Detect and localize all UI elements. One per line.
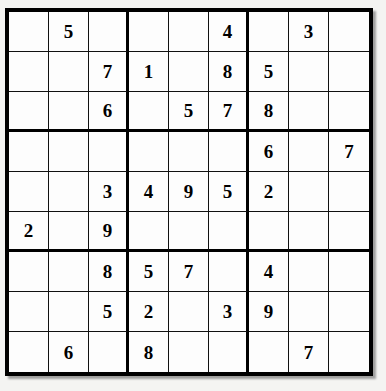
cell-r8c4-given-2: 2 <box>129 292 169 332</box>
cell-r4c5-empty[interactable] <box>169 132 209 172</box>
cell-r8c3-given-5: 5 <box>89 292 129 332</box>
cell-r1c7-empty[interactable] <box>249 12 289 52</box>
cell-r2c7-given-5: 5 <box>249 52 289 92</box>
cell-r5c6-given-5: 5 <box>209 172 249 212</box>
cell-r8c8-empty[interactable] <box>289 292 329 332</box>
cell-r6c9-empty[interactable] <box>329 212 369 252</box>
cell-r2c5-empty[interactable] <box>169 52 209 92</box>
cell-r9c4-given-8: 8 <box>129 332 169 372</box>
cell-r8c1-empty[interactable] <box>9 292 49 332</box>
cell-r9c6-empty[interactable] <box>209 332 249 372</box>
cell-r3c7-given-8: 8 <box>249 92 289 132</box>
cell-r3c5-given-5: 5 <box>169 92 209 132</box>
cell-r5c2-empty[interactable] <box>49 172 89 212</box>
cell-r9c3-empty[interactable] <box>89 332 129 372</box>
cell-r6c4-empty[interactable] <box>129 212 169 252</box>
cell-r2c2-empty[interactable] <box>49 52 89 92</box>
cell-r3c2-empty[interactable] <box>49 92 89 132</box>
cell-r1c5-empty[interactable] <box>169 12 209 52</box>
cell-r6c7-empty[interactable] <box>249 212 289 252</box>
cell-r7c7-given-4: 4 <box>249 252 289 292</box>
cell-r7c5-given-7: 7 <box>169 252 209 292</box>
cell-r2c1-empty[interactable] <box>9 52 49 92</box>
cell-r2c4-given-1: 1 <box>129 52 169 92</box>
cell-r3c6-given-7: 7 <box>209 92 249 132</box>
cell-r6c3-given-9: 9 <box>89 212 129 252</box>
cell-r6c6-empty[interactable] <box>209 212 249 252</box>
cell-r9c2-given-6: 6 <box>49 332 89 372</box>
cell-r5c5-given-9: 9 <box>169 172 209 212</box>
cell-r7c8-empty[interactable] <box>289 252 329 292</box>
cell-r6c8-empty[interactable] <box>289 212 329 252</box>
cell-r9c1-empty[interactable] <box>9 332 49 372</box>
cell-r9c7-empty[interactable] <box>249 332 289 372</box>
cell-r4c2-empty[interactable] <box>49 132 89 172</box>
cell-r5c7-given-2: 2 <box>249 172 289 212</box>
cell-r4c9-given-7: 7 <box>329 132 369 172</box>
cell-r3c3-given-6: 6 <box>89 92 129 132</box>
cell-r3c4-empty[interactable] <box>129 92 169 132</box>
cell-r1c3-empty[interactable] <box>89 12 129 52</box>
cell-r1c9-empty[interactable] <box>329 12 369 52</box>
cell-r5c3-given-3: 3 <box>89 172 129 212</box>
cell-r1c1-empty[interactable] <box>9 12 49 52</box>
cell-r2c3-given-7: 7 <box>89 52 129 92</box>
cell-r3c8-empty[interactable] <box>289 92 329 132</box>
cell-r1c6-given-4: 4 <box>209 12 249 52</box>
cell-r7c4-given-5: 5 <box>129 252 169 292</box>
cell-r4c8-empty[interactable] <box>289 132 329 172</box>
cell-r4c3-empty[interactable] <box>89 132 129 172</box>
cell-r7c3-given-8: 8 <box>89 252 129 292</box>
cell-r4c1-empty[interactable] <box>9 132 49 172</box>
cell-r4c7-given-6: 6 <box>249 132 289 172</box>
cell-r7c1-empty[interactable] <box>9 252 49 292</box>
sudoku-board: 5437185657867349522985745239687 <box>5 8 373 376</box>
cell-r5c9-empty[interactable] <box>329 172 369 212</box>
cell-r5c4-given-4: 4 <box>129 172 169 212</box>
cell-r6c2-empty[interactable] <box>49 212 89 252</box>
cell-r5c8-empty[interactable] <box>289 172 329 212</box>
cell-r7c6-empty[interactable] <box>209 252 249 292</box>
cell-r3c9-empty[interactable] <box>329 92 369 132</box>
cell-r2c9-empty[interactable] <box>329 52 369 92</box>
cell-r4c6-empty[interactable] <box>209 132 249 172</box>
cell-r1c8-given-3: 3 <box>289 12 329 52</box>
cell-r8c2-empty[interactable] <box>49 292 89 332</box>
cell-r9c9-empty[interactable] <box>329 332 369 372</box>
cell-r2c8-empty[interactable] <box>289 52 329 92</box>
cell-r7c9-empty[interactable] <box>329 252 369 292</box>
cell-r6c1-given-2: 2 <box>9 212 49 252</box>
cell-r7c2-empty[interactable] <box>49 252 89 292</box>
cell-r5c1-empty[interactable] <box>9 172 49 212</box>
cell-r1c2-given-5: 5 <box>49 12 89 52</box>
cell-r8c5-empty[interactable] <box>169 292 209 332</box>
cell-r2c6-given-8: 8 <box>209 52 249 92</box>
cell-r8c7-given-9: 9 <box>249 292 289 332</box>
cell-r9c8-given-7: 7 <box>289 332 329 372</box>
cell-r9c5-empty[interactable] <box>169 332 209 372</box>
cell-r8c6-given-3: 3 <box>209 292 249 332</box>
cell-r8c9-empty[interactable] <box>329 292 369 332</box>
cell-r1c4-empty[interactable] <box>129 12 169 52</box>
cell-r6c5-empty[interactable] <box>169 212 209 252</box>
cell-r3c1-empty[interactable] <box>9 92 49 132</box>
cell-r4c4-empty[interactable] <box>129 132 169 172</box>
